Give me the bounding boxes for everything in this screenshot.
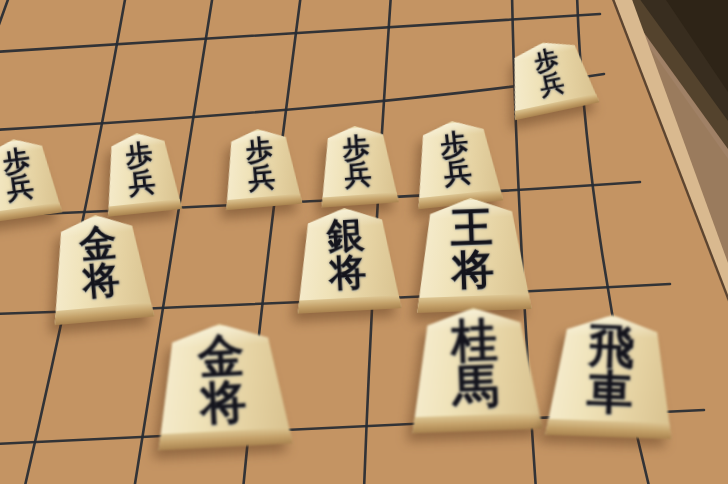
- piece-kanji: 王将: [412, 201, 532, 298]
- kanji-bottom: 兵: [344, 161, 373, 189]
- kanji-top: 飛: [588, 324, 636, 371]
- piece-rook[interactable]: 飛車: [544, 313, 677, 439]
- piece-gold-far[interactable]: 金将: [45, 211, 156, 325]
- kanji-bottom: 兵: [5, 173, 35, 203]
- board-cell-r1c1[interactable]: [0, 28, 92, 147]
- piece-body: 歩兵: [99, 129, 183, 217]
- board-cell-r1c2[interactable]: [89, 20, 209, 139]
- kanji-bottom: 将: [199, 379, 247, 426]
- board-cell-r4c1[interactable]: [0, 359, 81, 478]
- piece-pawn-4[interactable]: 歩兵: [315, 123, 399, 207]
- kanji-bottom: 兵: [538, 72, 566, 100]
- piece-body: 金将: [151, 320, 294, 450]
- piece-gold-near[interactable]: 金将: [151, 320, 294, 450]
- piece-knight[interactable]: 桂馬: [407, 306, 544, 434]
- piece-kanji: 歩兵: [99, 132, 181, 205]
- piece-body: 歩兵: [0, 134, 63, 223]
- piece-kanji: 歩兵: [316, 126, 399, 196]
- board-cell-r3c6[interactable]: [546, 208, 666, 327]
- kanji-top: 王: [450, 206, 493, 249]
- board-cell-r1c3[interactable]: [205, 12, 325, 131]
- piece-kanji: 歩兵: [219, 129, 302, 200]
- kanji-bottom: 兵: [247, 163, 276, 192]
- piece-king[interactable]: 王将: [412, 196, 533, 313]
- piece-kanji: 金将: [45, 215, 154, 310]
- kanji-bottom: 将: [81, 262, 121, 301]
- piece-kanji: 歩兵: [0, 137, 62, 212]
- kanji-top: 銀: [326, 217, 365, 255]
- piece-body: 飛車: [544, 313, 677, 439]
- piece-body: 王将: [412, 196, 533, 313]
- piece-body: 銀将: [291, 205, 402, 313]
- kanji-top: 金: [197, 333, 245, 380]
- kanji-bottom: 馬: [452, 363, 500, 410]
- kanji-bottom: 兵: [442, 158, 473, 188]
- piece-kanji: 銀将: [292, 209, 402, 299]
- board-cell-r2c6[interactable]: [550, 98, 670, 217]
- kanji-bottom: 将: [451, 249, 494, 292]
- piece-pawn-1[interactable]: 歩兵: [0, 134, 63, 223]
- piece-body: 歩兵: [219, 126, 304, 211]
- piece-kanji: 飛車: [545, 318, 677, 422]
- kanji-top: 桂: [451, 317, 499, 364]
- piece-body: 歩兵: [409, 117, 504, 210]
- piece-body: 金将: [45, 211, 156, 325]
- piece-body: 歩兵: [315, 123, 399, 207]
- piece-pawn-3[interactable]: 歩兵: [219, 126, 304, 211]
- board-cell-r1c4[interactable]: [321, 3, 441, 122]
- piece-body: 桂馬: [407, 306, 544, 434]
- piece-kanji: 桂馬: [407, 311, 543, 416]
- piece-kanji: 歩兵: [409, 120, 503, 198]
- piece-silver[interactable]: 銀将: [291, 205, 402, 313]
- kanji-bottom: 兵: [127, 168, 157, 197]
- kanji-bottom: 将: [328, 254, 367, 292]
- shogi-board-photo: 歩兵歩兵歩兵歩兵歩兵歩兵金将銀将王将金将桂馬飛車: [0, 0, 728, 484]
- piece-kanji: 歩兵: [500, 36, 598, 110]
- piece-kanji: 金将: [151, 325, 293, 433]
- piece-pawn-5[interactable]: 歩兵: [409, 117, 504, 210]
- piece-pawn-2[interactable]: 歩兵: [99, 129, 183, 217]
- kanji-bottom: 車: [586, 370, 634, 417]
